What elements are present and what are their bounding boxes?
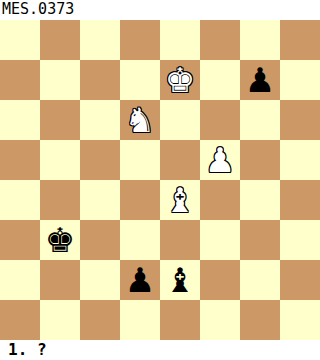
square-b2[interactable] xyxy=(40,260,80,300)
black-king[interactable]: ♚ xyxy=(45,223,75,257)
square-f1[interactable] xyxy=(200,300,240,340)
puzzle-id: MES.0373 xyxy=(0,0,320,20)
square-g2[interactable] xyxy=(240,260,280,300)
white-knight[interactable]: ♞ xyxy=(125,103,155,137)
square-a8[interactable] xyxy=(0,20,40,60)
move-prompt: 1. ? xyxy=(0,340,320,360)
square-b7[interactable] xyxy=(40,60,80,100)
square-a3[interactable] xyxy=(0,220,40,260)
square-h1[interactable] xyxy=(280,300,320,340)
square-h2[interactable] xyxy=(280,260,320,300)
black-bishop[interactable]: ♝ xyxy=(165,263,195,297)
square-f5[interactable]: ♟ xyxy=(200,140,240,180)
square-c4[interactable] xyxy=(80,180,120,220)
square-h6[interactable] xyxy=(280,100,320,140)
square-c6[interactable] xyxy=(80,100,120,140)
square-d6[interactable]: ♞ xyxy=(120,100,160,140)
square-d7[interactable] xyxy=(120,60,160,100)
square-e7[interactable]: ♚ xyxy=(160,60,200,100)
square-b5[interactable] xyxy=(40,140,80,180)
black-pawn[interactable]: ♟ xyxy=(245,63,275,97)
square-g6[interactable] xyxy=(240,100,280,140)
square-d5[interactable] xyxy=(120,140,160,180)
square-h7[interactable] xyxy=(280,60,320,100)
square-a6[interactable] xyxy=(0,100,40,140)
square-e8[interactable] xyxy=(160,20,200,60)
square-g5[interactable] xyxy=(240,140,280,180)
square-f3[interactable] xyxy=(200,220,240,260)
square-a1[interactable] xyxy=(0,300,40,340)
square-f6[interactable] xyxy=(200,100,240,140)
square-g7[interactable]: ♟ xyxy=(240,60,280,100)
black-pawn[interactable]: ♟ xyxy=(125,263,155,297)
square-g8[interactable] xyxy=(240,20,280,60)
square-e5[interactable] xyxy=(160,140,200,180)
square-c2[interactable] xyxy=(80,260,120,300)
square-e2[interactable]: ♝ xyxy=(160,260,200,300)
square-f7[interactable] xyxy=(200,60,240,100)
square-h8[interactable] xyxy=(280,20,320,60)
square-d1[interactable] xyxy=(120,300,160,340)
square-e1[interactable] xyxy=(160,300,200,340)
white-bishop[interactable]: ♝ xyxy=(165,183,195,217)
square-h4[interactable] xyxy=(280,180,320,220)
square-d2[interactable]: ♟ xyxy=(120,260,160,300)
square-e3[interactable] xyxy=(160,220,200,260)
square-b3[interactable]: ♚ xyxy=(40,220,80,260)
square-g4[interactable] xyxy=(240,180,280,220)
square-e4[interactable]: ♝ xyxy=(160,180,200,220)
square-g1[interactable] xyxy=(240,300,280,340)
square-d3[interactable] xyxy=(120,220,160,260)
square-c1[interactable] xyxy=(80,300,120,340)
square-d8[interactable] xyxy=(120,20,160,60)
square-f8[interactable] xyxy=(200,20,240,60)
square-a2[interactable] xyxy=(0,260,40,300)
square-e6[interactable] xyxy=(160,100,200,140)
chess-board: ♚♟♞♟♝♚♟♝ xyxy=(0,20,320,340)
square-a7[interactable] xyxy=(0,60,40,100)
white-pawn[interactable]: ♟ xyxy=(205,143,235,177)
square-b1[interactable] xyxy=(40,300,80,340)
white-king[interactable]: ♚ xyxy=(165,63,195,97)
square-c7[interactable] xyxy=(80,60,120,100)
square-d4[interactable] xyxy=(120,180,160,220)
square-b4[interactable] xyxy=(40,180,80,220)
square-c5[interactable] xyxy=(80,140,120,180)
square-a4[interactable] xyxy=(0,180,40,220)
square-g3[interactable] xyxy=(240,220,280,260)
square-c3[interactable] xyxy=(80,220,120,260)
square-a5[interactable] xyxy=(0,140,40,180)
square-f4[interactable] xyxy=(200,180,240,220)
square-f2[interactable] xyxy=(200,260,240,300)
square-b8[interactable] xyxy=(40,20,80,60)
square-h3[interactable] xyxy=(280,220,320,260)
square-h5[interactable] xyxy=(280,140,320,180)
chess-puzzle-window: MES.0373 ♚♟♞♟♝♚♟♝ 1. ? xyxy=(0,0,320,360)
square-b6[interactable] xyxy=(40,100,80,140)
square-c8[interactable] xyxy=(80,20,120,60)
